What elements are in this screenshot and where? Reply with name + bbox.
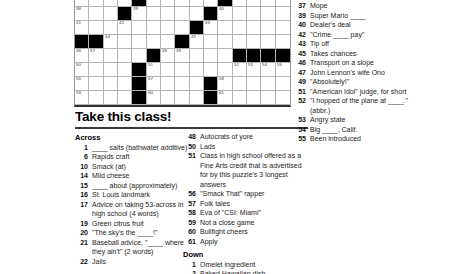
white-cell: [190, 63, 204, 77]
down-clues-continued-list: 37Mope39Super Mario ____40Dealer's deal4…: [293, 1, 417, 144]
black-cell: [261, 49, 275, 63]
clue-number: 1: [75, 143, 88, 153]
clue-item: 42"Crime ____ pay": [293, 30, 417, 40]
clue-text: Rapids craft: [92, 152, 188, 162]
middle-clues-column: 48Autocrats of yore50Lads51Class in high…: [183, 132, 307, 274]
white-cell: [161, 7, 175, 21]
clue-number: 42: [293, 30, 306, 40]
clue-number: 40: [293, 20, 306, 30]
white-cell: 56: [75, 77, 89, 91]
white-cell: [89, 77, 103, 91]
clue-number: 14: [75, 171, 88, 181]
white-cell: [89, 63, 103, 77]
clue-item: 54Big ____, Calif.: [293, 125, 417, 135]
white-cell: [261, 0, 275, 7]
white-cell: [204, 0, 218, 7]
clue-text: Super Mario ____: [310, 11, 417, 21]
white-cell: [104, 77, 118, 91]
cell-number: 48: [162, 49, 167, 53]
title-rule: [75, 127, 308, 129]
white-cell: [161, 21, 175, 35]
white-cell: [89, 0, 103, 7]
clue-item: 50Lads: [183, 142, 307, 152]
white-cell: [247, 35, 261, 49]
cell-number: 47: [90, 49, 95, 53]
white-cell: [104, 21, 118, 35]
clue-text: ____ salts (bathwater additive): [92, 143, 188, 153]
clue-number: 51: [183, 151, 196, 161]
white-cell: [118, 91, 132, 105]
black-cell: [233, 49, 247, 63]
clue-text: Smack (at): [92, 162, 188, 172]
white-cell: [190, 7, 204, 21]
clue-item: 14Mild cheese: [75, 171, 188, 181]
white-cell: 50: [75, 63, 89, 77]
white-cell: [190, 49, 204, 63]
white-cell: [161, 0, 175, 7]
white-cell: [175, 7, 189, 21]
white-cell: 46: [75, 49, 89, 63]
cell-number: 60: [148, 91, 153, 95]
clue-item: 56"Smack That" rapper: [183, 189, 307, 199]
clue-item: 19Green citrus fruit: [75, 219, 188, 229]
clue-number: 2: [183, 269, 196, 274]
white-cell: [118, 63, 132, 77]
white-cell: [118, 49, 132, 63]
clue-text: Advice on taking 53-across in high schoo…: [92, 200, 188, 219]
white-cell: [118, 0, 132, 7]
clue-number: 16: [75, 190, 88, 200]
clue-item: 57Folk tales: [183, 199, 307, 209]
across-clues-continued-list: 48Autocrats of yore50Lads51Class in high…: [183, 132, 307, 246]
white-cell: [161, 77, 175, 91]
white-cell: [175, 63, 189, 77]
white-cell: [147, 35, 161, 49]
cell-number: 61: [219, 91, 224, 95]
clue-text: John Lennon's wife Ono: [310, 68, 417, 78]
white-cell: [261, 77, 275, 91]
clue-text: St. Louis landmark: [92, 190, 188, 200]
white-cell: 52: [233, 63, 247, 77]
white-cell: 45: [190, 35, 204, 49]
cell-number: 58: [219, 77, 224, 81]
clue-item: 52"I hopped of the plane at ____." (abbr…: [293, 96, 417, 115]
white-cell: [118, 77, 132, 91]
black-cell: [190, 21, 204, 35]
clue-text: Eva of "CSI: Miami": [200, 208, 307, 218]
clue-item: 59Not a close game: [183, 218, 307, 228]
clue-item: 51Class in high school offered as a Fine…: [183, 151, 307, 189]
white-cell: [104, 91, 118, 105]
white-cell: 49: [175, 49, 189, 63]
black-cell: [147, 49, 161, 63]
black-cell: [132, 91, 146, 105]
white-cell: [190, 77, 204, 91]
clue-item: 47John Lennon's wife Ono: [293, 68, 417, 78]
clue-number: 56: [183, 189, 196, 199]
white-cell: [233, 7, 247, 21]
clue-text: Dealer's deal: [310, 20, 417, 30]
clue-text: Omelet ingredient: [200, 260, 307, 270]
cell-number: 42: [119, 21, 124, 25]
clue-number: 49: [293, 77, 306, 87]
clue-text: Takes chances: [310, 49, 417, 59]
cell-number: 45: [191, 35, 196, 39]
cell-number: 54: [262, 63, 267, 67]
clue-item: 1Omelet ingredient: [183, 260, 307, 270]
clue-item: 2Baked Hawaiian dish: [183, 269, 307, 274]
clue-number: 37: [293, 1, 306, 11]
white-cell: [204, 49, 218, 63]
white-cell: [147, 0, 161, 7]
clue-number: 60: [183, 227, 196, 237]
clue-item: 58Eva of "CSI: Miami": [183, 208, 307, 218]
white-cell: [89, 91, 103, 105]
clue-number: 43: [293, 39, 306, 49]
clue-number: 48: [183, 132, 196, 142]
clue-item: 16St. Louis landmark: [75, 190, 188, 200]
white-cell: [247, 77, 261, 91]
white-cell: [233, 91, 247, 105]
white-cell: [132, 21, 146, 35]
clue-text: Class in high school offered as a Fine A…: [200, 151, 307, 189]
cell-number: 44: [105, 35, 110, 39]
clue-number: 57: [183, 199, 196, 209]
cell-number: 43: [205, 21, 210, 25]
clue-text: "American Idol" judge, for short: [310, 87, 417, 97]
clue-item: 60Bullfight cheers: [183, 227, 307, 237]
clue-text: Jails: [92, 257, 188, 267]
white-cell: 48: [161, 49, 175, 63]
clue-number: 21: [75, 238, 88, 248]
cell-number: 38: [76, 7, 81, 11]
crossword-page: 3839404142434445464748495051525354555657…: [0, 0, 474, 274]
white-cell: [261, 91, 275, 105]
clue-text: Lads: [200, 142, 307, 152]
black-cell: [204, 77, 218, 91]
white-cell: [233, 77, 247, 91]
clue-item: 61Apply: [183, 237, 307, 247]
white-cell: 51: [147, 63, 161, 77]
clue-item: 22Jails: [75, 257, 188, 267]
clue-text: "The sky's the ____!": [92, 228, 188, 238]
clue-text: Bullfight cheers: [200, 227, 307, 237]
white-cell: [247, 21, 261, 35]
clue-item: 39Super Mario ____: [293, 11, 417, 21]
white-cell: [218, 63, 232, 77]
white-cell: 59: [75, 91, 89, 105]
clue-item: 45Takes chances: [293, 49, 417, 59]
clue-number: 46: [293, 58, 306, 68]
white-cell: 42: [118, 21, 132, 35]
white-cell: 39: [132, 7, 146, 21]
white-cell: [118, 35, 132, 49]
down-heading: Down: [183, 250, 307, 260]
cell-number: 55: [277, 63, 282, 67]
clue-number: 54: [293, 125, 306, 135]
puzzle-title: Take this class!: [75, 109, 171, 124]
white-cell: [276, 0, 290, 7]
white-cell: 38: [75, 7, 89, 21]
clue-text: Tip off: [310, 39, 417, 49]
white-cell: [218, 49, 232, 63]
white-cell: [89, 21, 103, 35]
clue-text: Green citrus fruit: [92, 219, 188, 229]
down-clues-continued-column: 37Mope39Super Mario ____40Dealer's deal4…: [293, 1, 417, 144]
white-cell: [276, 21, 290, 35]
clue-number: 45: [293, 49, 306, 59]
white-cell: [104, 63, 118, 77]
cell-number: 52: [234, 63, 239, 67]
clue-number: 61: [183, 237, 196, 247]
white-cell: [204, 63, 218, 77]
crossword-grid: 3839404142434445464748495051525354555657…: [74, 0, 291, 107]
white-cell: [175, 77, 189, 91]
white-cell: [147, 7, 161, 21]
clue-text: ____ about (approximately): [92, 181, 188, 191]
cell-number: 57: [148, 77, 153, 81]
cell-number: 40: [219, 7, 224, 11]
white-cell: 58: [218, 77, 232, 91]
white-cell: [276, 77, 290, 91]
clue-item: 43Tip off: [293, 39, 417, 49]
clue-item: 49"Absolutely!": [293, 77, 417, 87]
clue-item: 55Been introduced: [293, 134, 417, 144]
white-cell: [247, 91, 261, 105]
black-cell: [132, 77, 146, 91]
cell-number: 49: [176, 49, 181, 53]
down-clues-list: 1Omelet ingredient2Baked Hawaiian dish: [183, 260, 307, 274]
clue-item: 21Baseball advice, "____ where they ain'…: [75, 238, 188, 257]
white-cell: [247, 0, 261, 7]
cell-number: 41: [76, 21, 81, 25]
clue-text: Transport on a slope: [310, 58, 417, 68]
clue-text: Not a close game: [200, 218, 307, 228]
clue-item: 46Transport on a slope: [293, 58, 417, 68]
clue-number: 53: [293, 115, 306, 125]
white-cell: [175, 91, 189, 105]
clue-number: 22: [75, 257, 88, 267]
black-cell: [118, 7, 132, 21]
white-cell: [190, 91, 204, 105]
clue-text: "Smack That" rapper: [200, 189, 307, 199]
clue-number: 10: [75, 162, 88, 172]
clue-text: Apply: [200, 237, 307, 247]
white-cell: 41: [75, 21, 89, 35]
clue-number: 47: [293, 68, 306, 78]
clue-text: Mope: [310, 1, 417, 11]
white-cell: [104, 49, 118, 63]
clue-item: 48Autocrats of yore: [183, 132, 307, 142]
black-cell: [89, 35, 103, 49]
clue-item: 20"The sky's the ____!": [75, 228, 188, 238]
white-cell: 43: [204, 21, 218, 35]
clue-text: Been introduced: [310, 134, 417, 144]
white-cell: 53: [247, 63, 261, 77]
clue-number: 39: [293, 11, 306, 21]
black-cell: [175, 35, 189, 49]
clue-text: "Crime ____ pay": [310, 30, 417, 40]
clue-text: Angry state: [310, 115, 417, 125]
white-cell: [175, 21, 189, 35]
cell-number: 50: [76, 63, 81, 67]
clue-number: 19: [75, 219, 88, 229]
clue-item: 40Dealer's deal: [293, 20, 417, 30]
white-cell: [204, 35, 218, 49]
white-cell: [261, 35, 275, 49]
clue-item: 1____ salts (bathwater additive): [75, 143, 188, 153]
white-cell: [104, 7, 118, 21]
clue-number: 55: [293, 134, 306, 144]
clue-text: Mild cheese: [92, 171, 188, 181]
white-cell: [276, 91, 290, 105]
clue-text: Folk tales: [200, 199, 307, 209]
clue-number: 58: [183, 208, 196, 218]
white-cell: [132, 49, 146, 63]
white-cell: [233, 35, 247, 49]
clue-text: Autocrats of yore: [200, 132, 307, 142]
clue-number: 20: [75, 228, 88, 238]
white-cell: [190, 0, 204, 7]
white-cell: [233, 21, 247, 35]
cell-number: 51: [148, 63, 153, 67]
clue-number: 6: [75, 152, 88, 162]
clue-text: "Absolutely!": [310, 77, 417, 87]
white-cell: [132, 35, 146, 49]
clue-item: 17Advice on taking 53-across in high sch…: [75, 200, 188, 219]
clue-text: Baked Hawaiian dish: [200, 269, 307, 274]
white-cell: [104, 0, 118, 7]
clue-number: 1: [183, 260, 196, 270]
clue-number: 15: [75, 181, 88, 191]
across-clues-list: 1____ salts (bathwater additive)6Rapids …: [75, 143, 188, 267]
black-cell: [276, 49, 290, 63]
white-cell: [89, 7, 103, 21]
clue-text: Baseball advice, "____ where they ain't"…: [92, 238, 188, 257]
white-cell: [276, 7, 290, 21]
white-cell: [175, 0, 189, 7]
clue-item: 10Smack (at): [75, 162, 188, 172]
white-cell: 60: [147, 91, 161, 105]
cell-number: 56: [76, 77, 81, 81]
cell-number: 39: [133, 7, 138, 11]
clue-text: Big ____, Calif.: [310, 125, 417, 135]
clue-number: 52: [293, 96, 306, 106]
black-cell: [247, 49, 261, 63]
white-cell: [247, 7, 261, 21]
white-cell: [147, 21, 161, 35]
clue-number: 17: [75, 200, 88, 210]
cell-number: 53: [248, 63, 253, 67]
white-cell: [161, 91, 175, 105]
clue-item: 51"American Idol" judge, for short: [293, 87, 417, 97]
white-cell: 40: [218, 7, 232, 21]
clue-text: "I hopped of the plane at ____." (abbr.): [310, 96, 417, 115]
black-cell: [75, 35, 89, 49]
white-cell: 54: [261, 63, 275, 77]
white-cell: [233, 0, 247, 7]
cell-number: 59: [76, 91, 81, 95]
white-cell: 44: [104, 35, 118, 49]
clue-number: 59: [183, 218, 196, 228]
clue-item: 6Rapids craft: [75, 152, 188, 162]
black-cell: [204, 7, 218, 21]
clue-number: 50: [183, 142, 196, 152]
white-cell: [261, 7, 275, 21]
clue-item: 15____ about (approximately): [75, 181, 188, 191]
black-cell: [204, 91, 218, 105]
white-cell: [161, 35, 175, 49]
black-cell: [132, 63, 146, 77]
white-cell: [261, 21, 275, 35]
white-cell: 57: [147, 77, 161, 91]
white-cell: 55: [276, 63, 290, 77]
white-cell: 47: [89, 49, 103, 63]
white-cell: [218, 21, 232, 35]
clue-item: 53Angry state: [293, 115, 417, 125]
white-cell: [161, 63, 175, 77]
clue-item: 37Mope: [293, 1, 417, 11]
white-cell: [276, 35, 290, 49]
cell-number: 46: [76, 49, 81, 53]
across-heading: Across: [75, 133, 188, 143]
across-clues-column: Across 1____ salts (bathwater additive)6…: [75, 133, 188, 266]
white-cell: [218, 35, 232, 49]
clue-number: 51: [293, 87, 306, 97]
white-cell: 61: [218, 91, 232, 105]
